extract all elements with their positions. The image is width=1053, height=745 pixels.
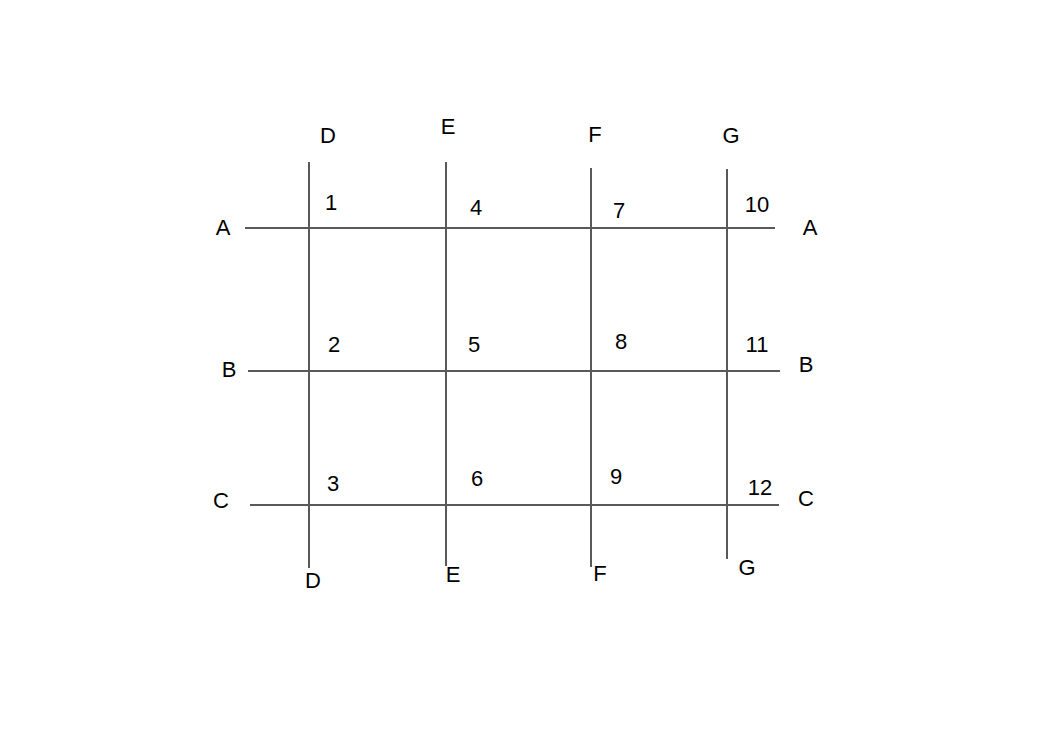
intersection-number-B-E: 5 xyxy=(468,334,480,356)
intersection-number-C-E: 6 xyxy=(471,468,483,490)
intersection-number-C-F: 9 xyxy=(610,466,622,488)
row-label-A-left: A xyxy=(216,217,231,239)
horizontal-line-A xyxy=(245,227,775,229)
column-label-F-top: F xyxy=(588,124,601,146)
intersection-number-A-F: 7 xyxy=(613,200,625,222)
row-label-A-right: A xyxy=(803,217,818,239)
column-label-F-bottom: F xyxy=(593,563,606,585)
intersection-number-A-E: 4 xyxy=(470,197,482,219)
horizontal-line-B xyxy=(248,370,780,372)
column-label-D-top: D xyxy=(320,125,336,147)
intersection-number-C-G: 12 xyxy=(748,477,772,499)
column-label-G-top: G xyxy=(722,125,739,147)
column-label-E-bottom: E xyxy=(446,564,461,586)
vertical-line-F xyxy=(590,168,592,567)
vertical-line-G xyxy=(726,169,728,559)
intersection-number-C-D: 3 xyxy=(327,473,339,495)
intersection-grid-diagram: D E F G D E F G A B C A B C 1 2 3 4 5 6 … xyxy=(0,0,1053,745)
intersection-number-B-F: 8 xyxy=(615,331,627,353)
column-label-D-bottom: D xyxy=(305,570,321,592)
intersection-number-B-G: 11 xyxy=(746,334,769,356)
row-label-C-right: C xyxy=(798,488,814,510)
intersection-number-A-D: 1 xyxy=(325,192,337,214)
column-label-G-bottom: G xyxy=(738,557,755,579)
intersection-number-A-G: 10 xyxy=(745,194,769,216)
vertical-line-D xyxy=(308,162,310,568)
intersection-number-B-D: 2 xyxy=(328,334,340,356)
column-label-E-top: E xyxy=(441,116,456,138)
horizontal-line-C xyxy=(250,504,779,506)
row-label-C-left: C xyxy=(213,490,229,512)
vertical-line-E xyxy=(445,162,447,566)
row-label-B-left: B xyxy=(222,359,237,381)
row-label-B-right: B xyxy=(799,354,814,376)
